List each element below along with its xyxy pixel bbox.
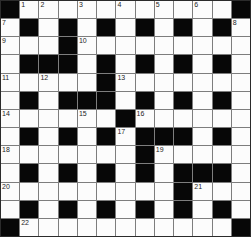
white-cell[interactable] xyxy=(97,219,115,236)
white-cell[interactable] xyxy=(116,201,134,218)
white-cell[interactable] xyxy=(59,74,77,91)
white-cell[interactable] xyxy=(155,92,173,109)
black-cell xyxy=(136,19,154,36)
clue-number: 17 xyxy=(117,128,125,136)
clue-number: 2 xyxy=(40,1,44,9)
white-cell[interactable] xyxy=(78,19,96,36)
clue-number: 18 xyxy=(2,146,10,154)
white-cell[interactable] xyxy=(155,110,173,127)
white-cell[interactable] xyxy=(78,219,96,236)
white-cell[interactable] xyxy=(174,146,192,163)
black-cell xyxy=(213,19,231,36)
white-cell[interactable] xyxy=(39,92,57,109)
black-cell xyxy=(97,92,115,109)
white-cell[interactable] xyxy=(1,128,19,145)
white-cell[interactable] xyxy=(174,37,192,54)
white-cell[interactable] xyxy=(116,219,134,236)
black-cell xyxy=(59,201,77,218)
white-cell[interactable] xyxy=(116,37,134,54)
white-cell[interactable]: 15 xyxy=(78,110,96,127)
white-cell[interactable] xyxy=(193,55,211,72)
white-cell[interactable] xyxy=(97,37,115,54)
clue-number: 8 xyxy=(233,19,237,27)
white-cell[interactable] xyxy=(174,219,192,236)
white-cell[interactable] xyxy=(155,74,173,91)
clue-number: 3 xyxy=(79,1,83,9)
white-cell[interactable] xyxy=(78,146,96,163)
white-cell[interactable] xyxy=(59,1,77,18)
white-cell[interactable] xyxy=(1,92,19,109)
clue-number: 14 xyxy=(2,110,10,118)
white-cell[interactable] xyxy=(232,201,250,218)
black-cell xyxy=(213,164,231,181)
white-cell[interactable] xyxy=(232,164,250,181)
white-cell[interactable] xyxy=(213,110,231,127)
white-cell[interactable] xyxy=(97,110,115,127)
white-cell[interactable] xyxy=(232,55,250,72)
black-cell xyxy=(20,164,38,181)
white-cell[interactable] xyxy=(193,19,211,36)
white-cell[interactable] xyxy=(232,146,250,163)
black-cell xyxy=(155,128,173,145)
white-cell[interactable] xyxy=(78,183,96,200)
white-cell[interactable] xyxy=(116,92,134,109)
black-cell xyxy=(20,55,38,72)
white-cell[interactable] xyxy=(193,219,211,236)
black-cell xyxy=(78,92,96,109)
black-cell xyxy=(59,164,77,181)
crossword-grid: 12345678910111213141516171819202122 xyxy=(0,0,251,237)
white-cell[interactable]: 1 xyxy=(20,1,38,18)
clue-number: 13 xyxy=(117,74,125,82)
white-cell[interactable] xyxy=(59,146,77,163)
white-cell[interactable] xyxy=(136,183,154,200)
white-cell[interactable] xyxy=(213,183,231,200)
white-cell[interactable] xyxy=(155,219,173,236)
white-cell[interactable] xyxy=(232,37,250,54)
white-cell[interactable] xyxy=(155,201,173,218)
white-cell[interactable] xyxy=(116,164,134,181)
black-cell xyxy=(174,19,192,36)
white-cell[interactable] xyxy=(213,219,231,236)
black-cell xyxy=(174,183,192,200)
white-cell[interactable] xyxy=(213,37,231,54)
white-cell[interactable] xyxy=(232,92,250,109)
white-cell[interactable] xyxy=(232,183,250,200)
black-cell xyxy=(1,1,19,18)
black-cell xyxy=(174,55,192,72)
white-cell[interactable] xyxy=(59,219,77,236)
white-cell[interactable] xyxy=(39,37,57,54)
black-cell xyxy=(213,92,231,109)
white-cell[interactable] xyxy=(193,146,211,163)
black-cell xyxy=(59,92,77,109)
clue-number: 4 xyxy=(117,1,121,9)
black-cell xyxy=(97,128,115,145)
white-cell[interactable]: 16 xyxy=(136,110,154,127)
black-cell xyxy=(116,110,134,127)
black-cell xyxy=(232,219,250,236)
black-cell xyxy=(213,55,231,72)
white-cell[interactable] xyxy=(155,183,173,200)
white-cell[interactable]: 2 xyxy=(39,1,57,18)
white-cell[interactable] xyxy=(97,1,115,18)
black-cell xyxy=(136,164,154,181)
clue-number: 11 xyxy=(2,74,9,82)
white-cell[interactable] xyxy=(193,37,211,54)
white-cell[interactable] xyxy=(59,183,77,200)
black-cell xyxy=(59,37,77,54)
white-cell[interactable] xyxy=(193,92,211,109)
white-cell[interactable] xyxy=(155,164,173,181)
white-cell[interactable] xyxy=(20,146,38,163)
white-cell[interactable] xyxy=(232,74,250,91)
white-cell[interactable] xyxy=(232,128,250,145)
black-cell xyxy=(174,92,192,109)
black-cell xyxy=(97,55,115,72)
black-cell xyxy=(97,164,115,181)
white-cell[interactable]: 13 xyxy=(116,74,134,91)
white-cell[interactable] xyxy=(39,110,57,127)
white-cell[interactable] xyxy=(193,110,211,127)
white-cell[interactable]: 12 xyxy=(39,74,57,91)
black-cell xyxy=(136,92,154,109)
white-cell[interactable] xyxy=(39,219,57,236)
white-cell[interactable] xyxy=(116,55,134,72)
white-cell[interactable]: 7 xyxy=(1,19,19,36)
black-cell xyxy=(1,219,19,236)
white-cell[interactable] xyxy=(1,201,19,218)
white-cell[interactable] xyxy=(78,164,96,181)
white-cell[interactable] xyxy=(174,74,192,91)
white-cell[interactable] xyxy=(1,164,19,181)
black-cell xyxy=(20,201,38,218)
white-cell[interactable]: 10 xyxy=(78,37,96,54)
white-cell[interactable] xyxy=(39,146,57,163)
clue-number: 9 xyxy=(2,37,6,45)
black-cell xyxy=(97,19,115,36)
black-cell xyxy=(20,128,38,145)
white-cell[interactable]: 9 xyxy=(1,37,19,54)
clue-number: 10 xyxy=(79,37,87,45)
black-cell xyxy=(136,146,154,163)
black-cell xyxy=(97,74,115,91)
black-cell xyxy=(136,128,154,145)
white-cell[interactable] xyxy=(1,55,19,72)
white-cell[interactable] xyxy=(97,146,115,163)
white-cell[interactable]: 17 xyxy=(116,128,134,145)
black-cell xyxy=(39,55,57,72)
white-cell[interactable] xyxy=(155,19,173,36)
white-cell[interactable] xyxy=(78,74,96,91)
white-cell[interactable] xyxy=(155,37,173,54)
white-cell[interactable]: 8 xyxy=(232,19,250,36)
white-cell[interactable] xyxy=(193,128,211,145)
black-cell xyxy=(213,128,231,145)
clue-number: 6 xyxy=(194,1,198,9)
white-cell[interactable]: 19 xyxy=(155,146,173,163)
white-cell[interactable] xyxy=(20,74,38,91)
white-cell[interactable]: 18 xyxy=(1,146,19,163)
black-cell xyxy=(174,164,192,181)
white-cell[interactable]: 20 xyxy=(1,183,19,200)
black-cell xyxy=(59,128,77,145)
black-cell xyxy=(232,1,250,18)
white-cell[interactable]: 14 xyxy=(1,110,19,127)
white-cell[interactable] xyxy=(136,219,154,236)
clue-number: 15 xyxy=(79,110,87,118)
black-cell xyxy=(59,19,77,36)
clue-number: 16 xyxy=(137,110,145,118)
white-cell[interactable] xyxy=(39,128,57,145)
white-cell[interactable] xyxy=(78,201,96,218)
white-cell[interactable] xyxy=(174,1,192,18)
clue-number: 22 xyxy=(21,219,29,227)
black-cell xyxy=(97,201,115,218)
clue-number: 12 xyxy=(40,74,48,82)
white-cell[interactable] xyxy=(116,19,134,36)
black-cell xyxy=(136,55,154,72)
white-cell[interactable] xyxy=(116,183,134,200)
clue-number: 7 xyxy=(2,19,6,27)
black-cell xyxy=(20,92,38,109)
white-cell[interactable] xyxy=(116,146,134,163)
white-cell[interactable] xyxy=(20,110,38,127)
clue-number: 20 xyxy=(2,183,10,191)
black-cell xyxy=(213,201,231,218)
white-cell[interactable] xyxy=(136,37,154,54)
black-cell xyxy=(20,19,38,36)
white-cell[interactable] xyxy=(193,74,211,91)
black-cell xyxy=(136,201,154,218)
white-cell[interactable] xyxy=(78,55,96,72)
black-cell xyxy=(59,55,77,72)
white-cell[interactable] xyxy=(59,110,77,127)
white-cell[interactable] xyxy=(20,37,38,54)
white-cell[interactable] xyxy=(39,201,57,218)
white-cell[interactable] xyxy=(39,19,57,36)
white-cell[interactable]: 5 xyxy=(155,1,173,18)
white-cell[interactable]: 22 xyxy=(20,219,38,236)
white-cell[interactable] xyxy=(20,183,38,200)
clue-number: 19 xyxy=(156,146,164,154)
white-cell[interactable] xyxy=(174,110,192,127)
white-cell[interactable]: 3 xyxy=(78,1,96,18)
white-cell[interactable] xyxy=(213,74,231,91)
white-cell[interactable]: 4 xyxy=(116,1,134,18)
clue-number: 21 xyxy=(194,183,202,191)
clue-number: 5 xyxy=(156,1,160,9)
black-cell xyxy=(193,164,211,181)
white-cell[interactable] xyxy=(232,110,250,127)
white-cell[interactable] xyxy=(136,1,154,18)
white-cell[interactable] xyxy=(39,164,57,181)
white-cell[interactable]: 21 xyxy=(193,183,211,200)
white-cell[interactable] xyxy=(78,128,96,145)
white-cell[interactable] xyxy=(193,201,211,218)
white-cell[interactable] xyxy=(213,146,231,163)
white-cell[interactable] xyxy=(155,55,173,72)
white-cell[interactable] xyxy=(39,183,57,200)
white-cell[interactable] xyxy=(213,1,231,18)
black-cell xyxy=(174,128,192,145)
white-cell[interactable]: 6 xyxy=(193,1,211,18)
white-cell[interactable] xyxy=(97,183,115,200)
white-cell[interactable] xyxy=(136,74,154,91)
white-cell[interactable]: 11 xyxy=(1,74,19,91)
clue-number: 1 xyxy=(21,1,25,9)
black-cell xyxy=(174,201,192,218)
